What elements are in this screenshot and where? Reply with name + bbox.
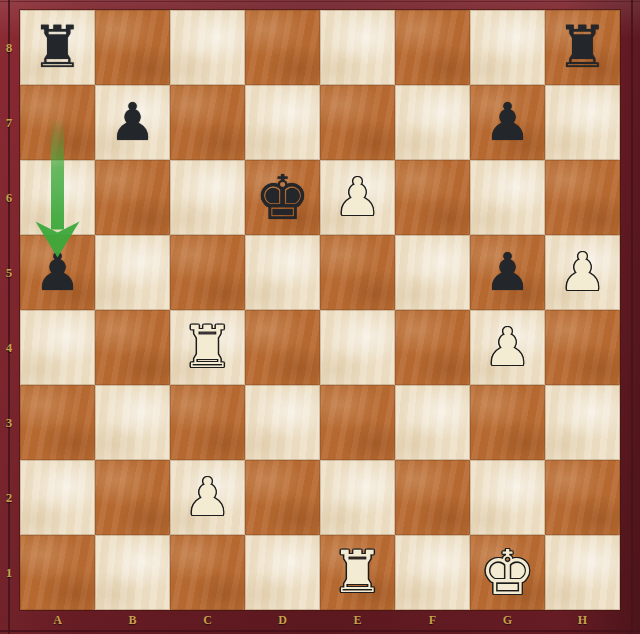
square-c3[interactable] <box>170 385 245 460</box>
white-pawn-g4[interactable]: ♟ <box>470 310 545 385</box>
square-e3[interactable] <box>320 385 395 460</box>
square-c7[interactable] <box>170 85 245 160</box>
square-g1[interactable]: ♚ <box>470 535 545 610</box>
square-b6[interactable] <box>95 160 170 235</box>
square-c6[interactable] <box>170 160 245 235</box>
white-rook-e1[interactable]: ♜ <box>320 535 395 610</box>
white-pawn-e6[interactable]: ♟ <box>320 160 395 235</box>
board: ♜♜♟♟♚♟♟♟♟♜♟♟♜♚ <box>20 10 620 610</box>
square-h4[interactable] <box>545 310 620 385</box>
rank-label-5: 5 <box>0 235 18 310</box>
square-g5[interactable]: ♟ <box>470 235 545 310</box>
square-d1[interactable] <box>245 535 320 610</box>
square-h8[interactable]: ♜ <box>545 10 620 85</box>
white-pawn-h5[interactable]: ♟ <box>545 235 620 310</box>
square-a5[interactable]: ♟ <box>20 235 95 310</box>
black-rook-h8[interactable]: ♜ <box>545 10 620 85</box>
square-b7[interactable]: ♟ <box>95 85 170 160</box>
square-c4[interactable]: ♜ <box>170 310 245 385</box>
black-pawn-a5[interactable]: ♟ <box>20 235 95 310</box>
rank-label-7: 7 <box>0 85 18 160</box>
square-d6[interactable]: ♚ <box>245 160 320 235</box>
file-label-a: A <box>20 610 95 631</box>
square-d5[interactable] <box>245 235 320 310</box>
square-a6[interactable] <box>20 160 95 235</box>
square-g2[interactable] <box>470 460 545 535</box>
square-f3[interactable] <box>395 385 470 460</box>
square-h2[interactable] <box>545 460 620 535</box>
file-label-h: H <box>545 610 620 631</box>
file-label-c: C <box>170 610 245 631</box>
square-d7[interactable] <box>245 85 320 160</box>
square-d8[interactable] <box>245 10 320 85</box>
square-h3[interactable] <box>545 385 620 460</box>
square-e7[interactable] <box>320 85 395 160</box>
frame-groove-top <box>0 1 640 2</box>
black-rook-a8[interactable]: ♜ <box>20 10 95 85</box>
square-e8[interactable] <box>320 10 395 85</box>
square-e1[interactable]: ♜ <box>320 535 395 610</box>
square-b5[interactable] <box>95 235 170 310</box>
file-label-g: G <box>470 610 545 631</box>
square-f4[interactable] <box>395 310 470 385</box>
square-b1[interactable] <box>95 535 170 610</box>
white-rook-c4[interactable]: ♜ <box>170 310 245 385</box>
square-h1[interactable] <box>545 535 620 610</box>
square-e2[interactable] <box>320 460 395 535</box>
square-d4[interactable] <box>245 310 320 385</box>
white-pawn-c2[interactable]: ♟ <box>170 460 245 535</box>
square-d2[interactable] <box>245 460 320 535</box>
square-g3[interactable] <box>470 385 545 460</box>
square-e6[interactable]: ♟ <box>320 160 395 235</box>
square-c5[interactable] <box>170 235 245 310</box>
black-pawn-b7[interactable]: ♟ <box>95 85 170 160</box>
square-f8[interactable] <box>395 10 470 85</box>
square-h6[interactable] <box>545 160 620 235</box>
rank-label-6: 6 <box>0 160 18 235</box>
square-a2[interactable] <box>20 460 95 535</box>
frame-groove-right <box>631 0 633 634</box>
chessboard-diagram: 87654321 ABCDEFGH ♜♜♟♟♚♟♟♟♟♜♟♟♜♚ <box>0 0 640 634</box>
square-d3[interactable] <box>245 385 320 460</box>
rank-label-1: 1 <box>0 535 18 610</box>
square-c1[interactable] <box>170 535 245 610</box>
square-b4[interactable] <box>95 310 170 385</box>
square-a4[interactable] <box>20 310 95 385</box>
square-a1[interactable] <box>20 535 95 610</box>
rank-labels: 87654321 <box>0 10 18 610</box>
square-f6[interactable] <box>395 160 470 235</box>
file-label-e: E <box>320 610 395 631</box>
rank-label-4: 4 <box>0 310 18 385</box>
square-c8[interactable] <box>170 10 245 85</box>
black-king-d6[interactable]: ♚ <box>245 160 320 235</box>
square-f5[interactable] <box>395 235 470 310</box>
square-e5[interactable] <box>320 235 395 310</box>
file-label-d: D <box>245 610 320 631</box>
rank-label-2: 2 <box>0 460 18 535</box>
square-g7[interactable]: ♟ <box>470 85 545 160</box>
square-e4[interactable] <box>320 310 395 385</box>
square-g6[interactable] <box>470 160 545 235</box>
square-a3[interactable] <box>20 385 95 460</box>
black-pawn-g5[interactable]: ♟ <box>470 235 545 310</box>
square-b2[interactable] <box>95 460 170 535</box>
square-h5[interactable]: ♟ <box>545 235 620 310</box>
square-b3[interactable] <box>95 385 170 460</box>
square-b8[interactable] <box>95 10 170 85</box>
file-label-b: B <box>95 610 170 631</box>
rank-label-8: 8 <box>0 10 18 85</box>
file-label-f: F <box>395 610 470 631</box>
rank-label-3: 3 <box>0 385 18 460</box>
black-pawn-g7[interactable]: ♟ <box>470 85 545 160</box>
square-a8[interactable]: ♜ <box>20 10 95 85</box>
square-g8[interactable] <box>470 10 545 85</box>
square-a7[interactable] <box>20 85 95 160</box>
square-f1[interactable] <box>395 535 470 610</box>
file-labels: ABCDEFGH <box>20 610 620 631</box>
square-f7[interactable] <box>395 85 470 160</box>
white-king-g1[interactable]: ♚ <box>470 535 545 610</box>
square-g4[interactable]: ♟ <box>470 310 545 385</box>
square-c2[interactable]: ♟ <box>170 460 245 535</box>
square-f2[interactable] <box>395 460 470 535</box>
board-frame: 87654321 ABCDEFGH ♜♜♟♟♚♟♟♟♟♜♟♟♜♚ <box>0 0 640 634</box>
square-h7[interactable] <box>545 85 620 160</box>
